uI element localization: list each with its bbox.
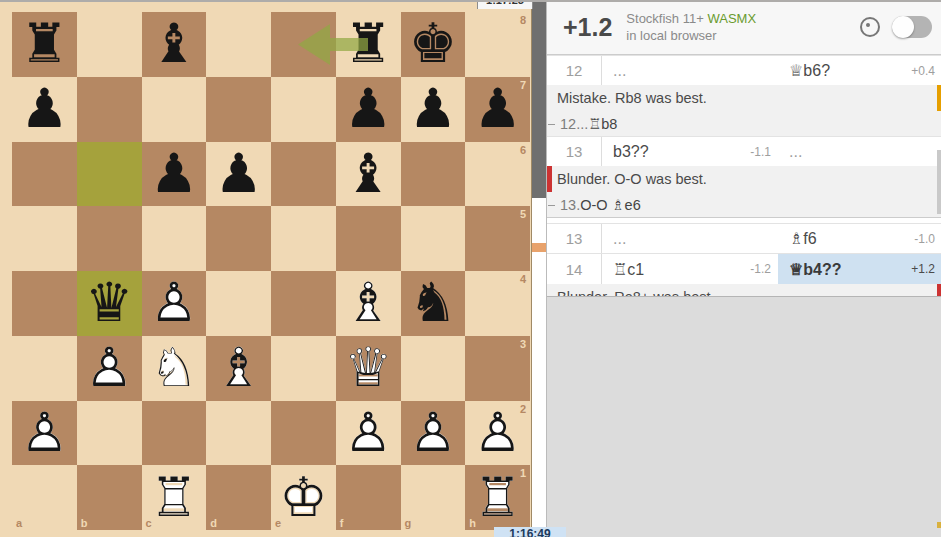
scrollbar-thumb[interactable] [937, 150, 941, 214]
variation-dash-icon [548, 205, 555, 206]
file-label-a: a [16, 517, 22, 529]
black-move-eval: +0.4 [911, 64, 935, 78]
black-rook-f8[interactable]: ♜ [336, 12, 401, 77]
square-g6[interactable] [401, 142, 466, 207]
eval-gauge-black-part [532, 2, 547, 198]
file-label-d: d [210, 517, 217, 529]
white-knight-c3[interactable]: ♞♘ [142, 336, 207, 401]
square-h6[interactable]: 6 [465, 142, 530, 207]
white-move-cell[interactable]: b3??-1.1 [602, 137, 778, 166]
black-bishop-c8[interactable]: ♝ [142, 12, 207, 77]
move-number: 13 [547, 224, 602, 253]
square-b4[interactable]: ♛ [77, 271, 142, 336]
square-g8[interactable]: ♚ [401, 12, 466, 77]
rank-label-5: 5 [520, 208, 526, 220]
black-move-san: ♕b6? [789, 61, 830, 80]
square-e1[interactable]: ♚♔e [271, 465, 336, 530]
black-queen-b4[interactable]: ♛ [77, 271, 142, 336]
variation-line[interactable]: 13.O-O ♗e6 [547, 192, 941, 217]
rank-label-2: 2 [520, 403, 526, 415]
black-move-cell[interactable]: ♕b4??+1.2 [778, 254, 941, 284]
square-h5[interactable]: 5 [465, 206, 530, 271]
file-label-f: f [340, 517, 344, 529]
move-row-13: 13b3??-1.1... [547, 136, 941, 166]
judgment-bar-blunder [937, 284, 941, 296]
white-move-eval: -1.1 [750, 145, 771, 159]
square-f1[interactable]: f [336, 465, 401, 530]
square-a2[interactable]: ♟♙ [12, 401, 77, 466]
white-move-san: ♖c1 [613, 260, 644, 279]
square-g3[interactable] [401, 336, 466, 401]
square-a6[interactable] [12, 142, 77, 207]
variation-dash-icon [548, 124, 555, 125]
square-c6[interactable]: ♟ [142, 142, 207, 207]
chess-board[interactable]: ♜♝♜♚8♟♟♟♟7♟♟♝65♛♟♙♝♗♞4♟♙♞♘♝♗♛♕3♟♙♟♙♟♙♟♙2… [12, 12, 530, 530]
engine-tech: WASMX [707, 11, 756, 26]
square-h8[interactable]: 8 [465, 12, 530, 77]
black-move-san: ♕b4?? [789, 260, 842, 279]
judgment-comment-mistake: Mistake. Rb8 was best. [547, 85, 941, 111]
square-e3[interactable] [271, 336, 336, 401]
engine-header: +1.2 Stockfish 11+ WASMX in local browse… [547, 0, 941, 55]
square-a4[interactable] [12, 271, 77, 336]
square-b2[interactable] [77, 401, 142, 466]
square-a5[interactable] [12, 206, 77, 271]
black-move-san: ♗f6 [789, 229, 817, 248]
file-label-g: g [405, 517, 412, 529]
black-bishop-f6[interactable]: ♝ [336, 142, 401, 207]
square-c4[interactable]: ♟♙ [142, 271, 207, 336]
scrollbar-gold-tick [937, 522, 941, 528]
square-a7[interactable]: ♟ [12, 77, 77, 142]
square-e5[interactable] [271, 206, 336, 271]
square-d6[interactable]: ♟ [206, 142, 271, 207]
square-g4[interactable]: ♞ [401, 271, 466, 336]
move-number: 13 [547, 137, 602, 166]
square-b6[interactable] [77, 142, 142, 207]
rank-label-3: 3 [520, 338, 526, 350]
rank-label-1: 1 [520, 467, 526, 479]
engine-meta: Stockfish 11+ WASMX in local browser [626, 10, 860, 44]
rank-label-6: 6 [520, 144, 526, 156]
white-move-cell[interactable]: ... [602, 224, 778, 253]
panel-bottom-strip [547, 296, 941, 537]
window-top-border [0, 0, 941, 2]
square-g7[interactable]: ♟ [401, 77, 466, 142]
white-bishop-d3[interactable]: ♝♗ [206, 336, 271, 401]
square-d4[interactable] [206, 271, 271, 336]
analysis-panel: +1.2 Stockfish 11+ WASMX in local browse… [546, 0, 941, 537]
square-e6[interactable] [271, 142, 336, 207]
black-king-g8[interactable]: ♚ [401, 12, 466, 77]
white-pawn-f2[interactable]: ♟♙ [336, 401, 401, 466]
square-f7[interactable]: ♟ [336, 77, 401, 142]
black-rook-a8[interactable]: ♜ [12, 12, 77, 77]
white-queen-f3[interactable]: ♛♕ [336, 336, 401, 401]
square-h4[interactable]: 4 [465, 271, 530, 336]
white-move-cell[interactable]: ... [602, 56, 778, 85]
square-d3[interactable]: ♝♗ [206, 336, 271, 401]
judgment-bar-mistake [937, 85, 941, 111]
move-row-14: 14♖c1-1.2♕b4??+1.2 [547, 253, 941, 284]
white-pawn-g2[interactable]: ♟♙ [401, 401, 466, 466]
square-d7[interactable] [206, 77, 271, 142]
black-pawn-a7[interactable]: ♟ [12, 77, 77, 142]
rank-label-8: 8 [520, 14, 526, 26]
black-pawn-f7[interactable]: ♟ [336, 77, 401, 142]
square-c8[interactable]: ♝ [142, 12, 207, 77]
black-move-eval: +1.2 [911, 262, 935, 276]
rank-label-4: 4 [520, 273, 526, 285]
judgment-bar-blunder [547, 166, 552, 192]
square-a8[interactable]: ♜ [12, 12, 77, 77]
square-g2[interactable]: ♟♙ [401, 401, 466, 466]
white-pawn-b3[interactable]: ♟♙ [77, 336, 142, 401]
square-e7[interactable] [271, 77, 336, 142]
white-bishop-f4[interactable]: ♝♗ [336, 271, 401, 336]
variation-line[interactable]: 12...♖b8 [547, 111, 941, 136]
square-g5[interactable] [401, 206, 466, 271]
square-d2[interactable] [206, 401, 271, 466]
square-d8[interactable] [206, 12, 271, 77]
judgment-comment-blunder: Blunder. Re8+ was best. [547, 284, 941, 296]
engine-name: Stockfish 11+ [626, 11, 703, 26]
white-move-cell[interactable]: ♖c1-1.2 [602, 254, 778, 284]
square-e4[interactable] [271, 271, 336, 336]
white-pawn-a2[interactable]: ♟♙ [12, 401, 77, 466]
engine-location: in local browser [626, 27, 860, 44]
black-move-san: ... [789, 143, 802, 161]
square-f8[interactable]: ♜ [336, 12, 401, 77]
variation-san: O-O ♗e6 [580, 197, 641, 213]
square-f3[interactable]: ♛♕ [336, 336, 401, 401]
square-e2[interactable] [271, 401, 336, 466]
black-move-eval: -1.0 [914, 232, 935, 246]
square-d5[interactable] [206, 206, 271, 271]
square-c3[interactable]: ♞♘ [142, 336, 207, 401]
square-b7[interactable] [77, 77, 142, 142]
black-knight-g4[interactable]: ♞ [401, 271, 466, 336]
file-label-c: c [146, 517, 152, 529]
comment-text: Blunder. Re8+ was best. [557, 289, 715, 296]
engine-toggle-knob [892, 16, 914, 38]
engine-toggle[interactable] [892, 16, 932, 38]
eval-gauge [531, 2, 547, 528]
move-list: 12...♕b6?+0.4Mistake. Rb8 was best.12...… [547, 55, 941, 296]
white-pawn-c4[interactable]: ♟♙ [142, 271, 207, 336]
black-move-cell[interactable]: ♕b6?+0.4 [778, 56, 941, 85]
square-c2[interactable] [142, 401, 207, 466]
square-f2[interactable]: ♟♙ [336, 401, 401, 466]
square-h1[interactable]: ♜♖1h [465, 465, 530, 530]
move-number: 12 [547, 56, 602, 85]
judgment-comment-blunder: Blunder. O-O was best. [547, 166, 941, 192]
white-move-san: ... [613, 230, 626, 248]
analysis-window: ♜♝♜♚8♟♟♟♟7♟♟♝65♛♟♙♝♗♞4♟♙♞♘♝♗♛♕3♟♙♟♙♟♙♟♙2… [0, 0, 941, 537]
black-pawn-d6[interactable]: ♟ [206, 142, 271, 207]
black-move-cell[interactable]: ... [778, 137, 941, 166]
white-move-san: ... [613, 62, 626, 80]
engine-eval: +1.2 [547, 13, 626, 42]
variation-move-number: 12... [560, 116, 588, 132]
square-b8[interactable] [77, 12, 142, 77]
square-c1[interactable]: ♜♖c [142, 465, 207, 530]
variation-move-number: 13. [560, 197, 580, 213]
target-icon[interactable] [860, 17, 880, 37]
file-label-e: e [275, 517, 281, 529]
black-pawn-g7[interactable]: ♟ [401, 77, 466, 142]
square-h7[interactable]: ♟7 [465, 77, 530, 142]
bottom-player-clock: 1:16:49 [494, 527, 566, 537]
white-move-san: b3?? [613, 143, 649, 161]
move-number: 14 [547, 254, 602, 284]
variation-san: ♖b8 [588, 116, 617, 132]
file-label-b: b [81, 517, 88, 529]
square-c5[interactable] [142, 206, 207, 271]
square-b1[interactable]: b [77, 465, 142, 530]
comment-text: Mistake. Rb8 was best. [557, 90, 707, 106]
rank-label-7: 7 [520, 79, 526, 91]
square-g1[interactable]: g [401, 465, 466, 530]
comment-text: Blunder. O-O was best. [557, 171, 707, 187]
file-label-h: h [469, 517, 476, 529]
square-h3[interactable]: 3 [465, 336, 530, 401]
black-move-cell[interactable]: ♗f6-1.0 [778, 224, 941, 253]
black-pawn-c6[interactable]: ♟ [142, 142, 207, 207]
square-f5[interactable] [336, 206, 401, 271]
eval-gauge-tick [532, 243, 547, 252]
square-h2[interactable]: ♟♙2 [465, 401, 530, 466]
move-row-13: 13...♗f6-1.0 [547, 223, 941, 253]
square-a1[interactable]: a [12, 465, 77, 530]
white-move-eval: -1.2 [750, 262, 771, 276]
square-a3[interactable] [12, 336, 77, 401]
square-b3[interactable]: ♟♙ [77, 336, 142, 401]
square-c7[interactable] [142, 77, 207, 142]
move-row-12: 12...♕b6?+0.4 [547, 55, 941, 85]
square-d1[interactable]: d [206, 465, 271, 530]
square-e8[interactable] [271, 12, 336, 77]
square-f6[interactable]: ♝ [336, 142, 401, 207]
square-f4[interactable]: ♝♗ [336, 271, 401, 336]
square-b5[interactable] [77, 206, 142, 271]
